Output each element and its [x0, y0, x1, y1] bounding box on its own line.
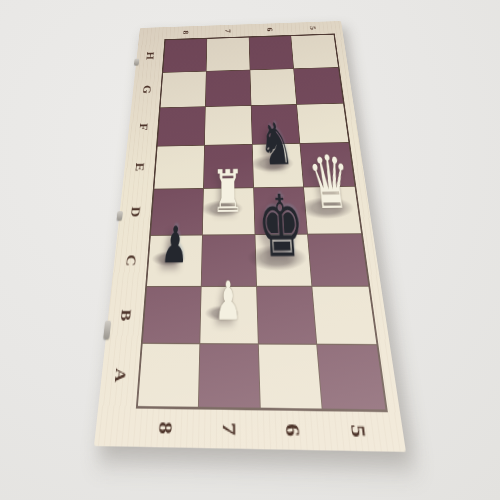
rank-label-bottom-6: 6 [281, 423, 304, 437]
square-a6[interactable] [258, 344, 322, 408]
square-b8[interactable] [143, 287, 201, 343]
file-label-b: B [117, 309, 134, 321]
rank-label-top-5: 5 [307, 26, 317, 30]
black-knight-icon: ♞ [258, 116, 295, 175]
rank-label-bottom-8: 8 [154, 421, 176, 434]
square-b5[interactable] [313, 286, 377, 343]
file-label-g: G [140, 85, 153, 94]
square-f5[interactable] [297, 104, 348, 143]
file-label-h: H [144, 51, 157, 59]
rank-label-top-6: 6 [265, 28, 275, 32]
square-b6[interactable] [257, 287, 317, 344]
square-a5[interactable] [317, 345, 385, 410]
square-g8[interactable] [161, 72, 206, 108]
square-g5[interactable] [294, 68, 343, 104]
square-a8[interactable] [138, 344, 199, 407]
hinge-pin-icon [134, 59, 139, 66]
square-g7[interactable] [206, 70, 251, 106]
metal-clasp-icon [103, 321, 111, 339]
square-f8[interactable] [158, 107, 205, 146]
white-pawn-icon: ♟ [215, 274, 242, 328]
white-rook-icon: ♜ [211, 162, 244, 221]
photo-background: 87658765HGFEDCBA ♞♜♛♟♚♟ [0, 0, 500, 500]
coordinate-labels: 87658765HGFEDCBA [140, 21, 341, 28]
square-e8[interactable] [154, 146, 203, 188]
square-h8[interactable] [163, 39, 206, 72]
file-label-d: D [128, 206, 143, 217]
file-label-f: F [137, 123, 151, 131]
square-c5[interactable] [308, 234, 368, 286]
square-h7[interactable] [206, 38, 249, 71]
hinge-pin-icon [116, 211, 122, 220]
rank-label-bottom-5: 5 [346, 424, 370, 438]
square-h5[interactable] [291, 35, 338, 69]
square-g6[interactable] [250, 69, 296, 105]
chessboard-box: 87658765HGFEDCBA ♞♜♛♟♚♟ [94, 21, 406, 452]
file-label-a: A [111, 368, 129, 383]
rank-label-top-8: 8 [181, 30, 191, 34]
square-a7[interactable] [199, 344, 260, 408]
black-king-icon: ♚ [257, 185, 308, 271]
file-label-e: E [132, 163, 146, 172]
square-h6[interactable] [249, 36, 293, 70]
black-pawn-icon: ♟ [160, 221, 189, 272]
file-label-c: C [123, 255, 139, 267]
square-f7[interactable] [205, 106, 252, 145]
rank-label-bottom-7: 7 [218, 422, 240, 435]
rank-label-top-7: 7 [223, 29, 233, 33]
